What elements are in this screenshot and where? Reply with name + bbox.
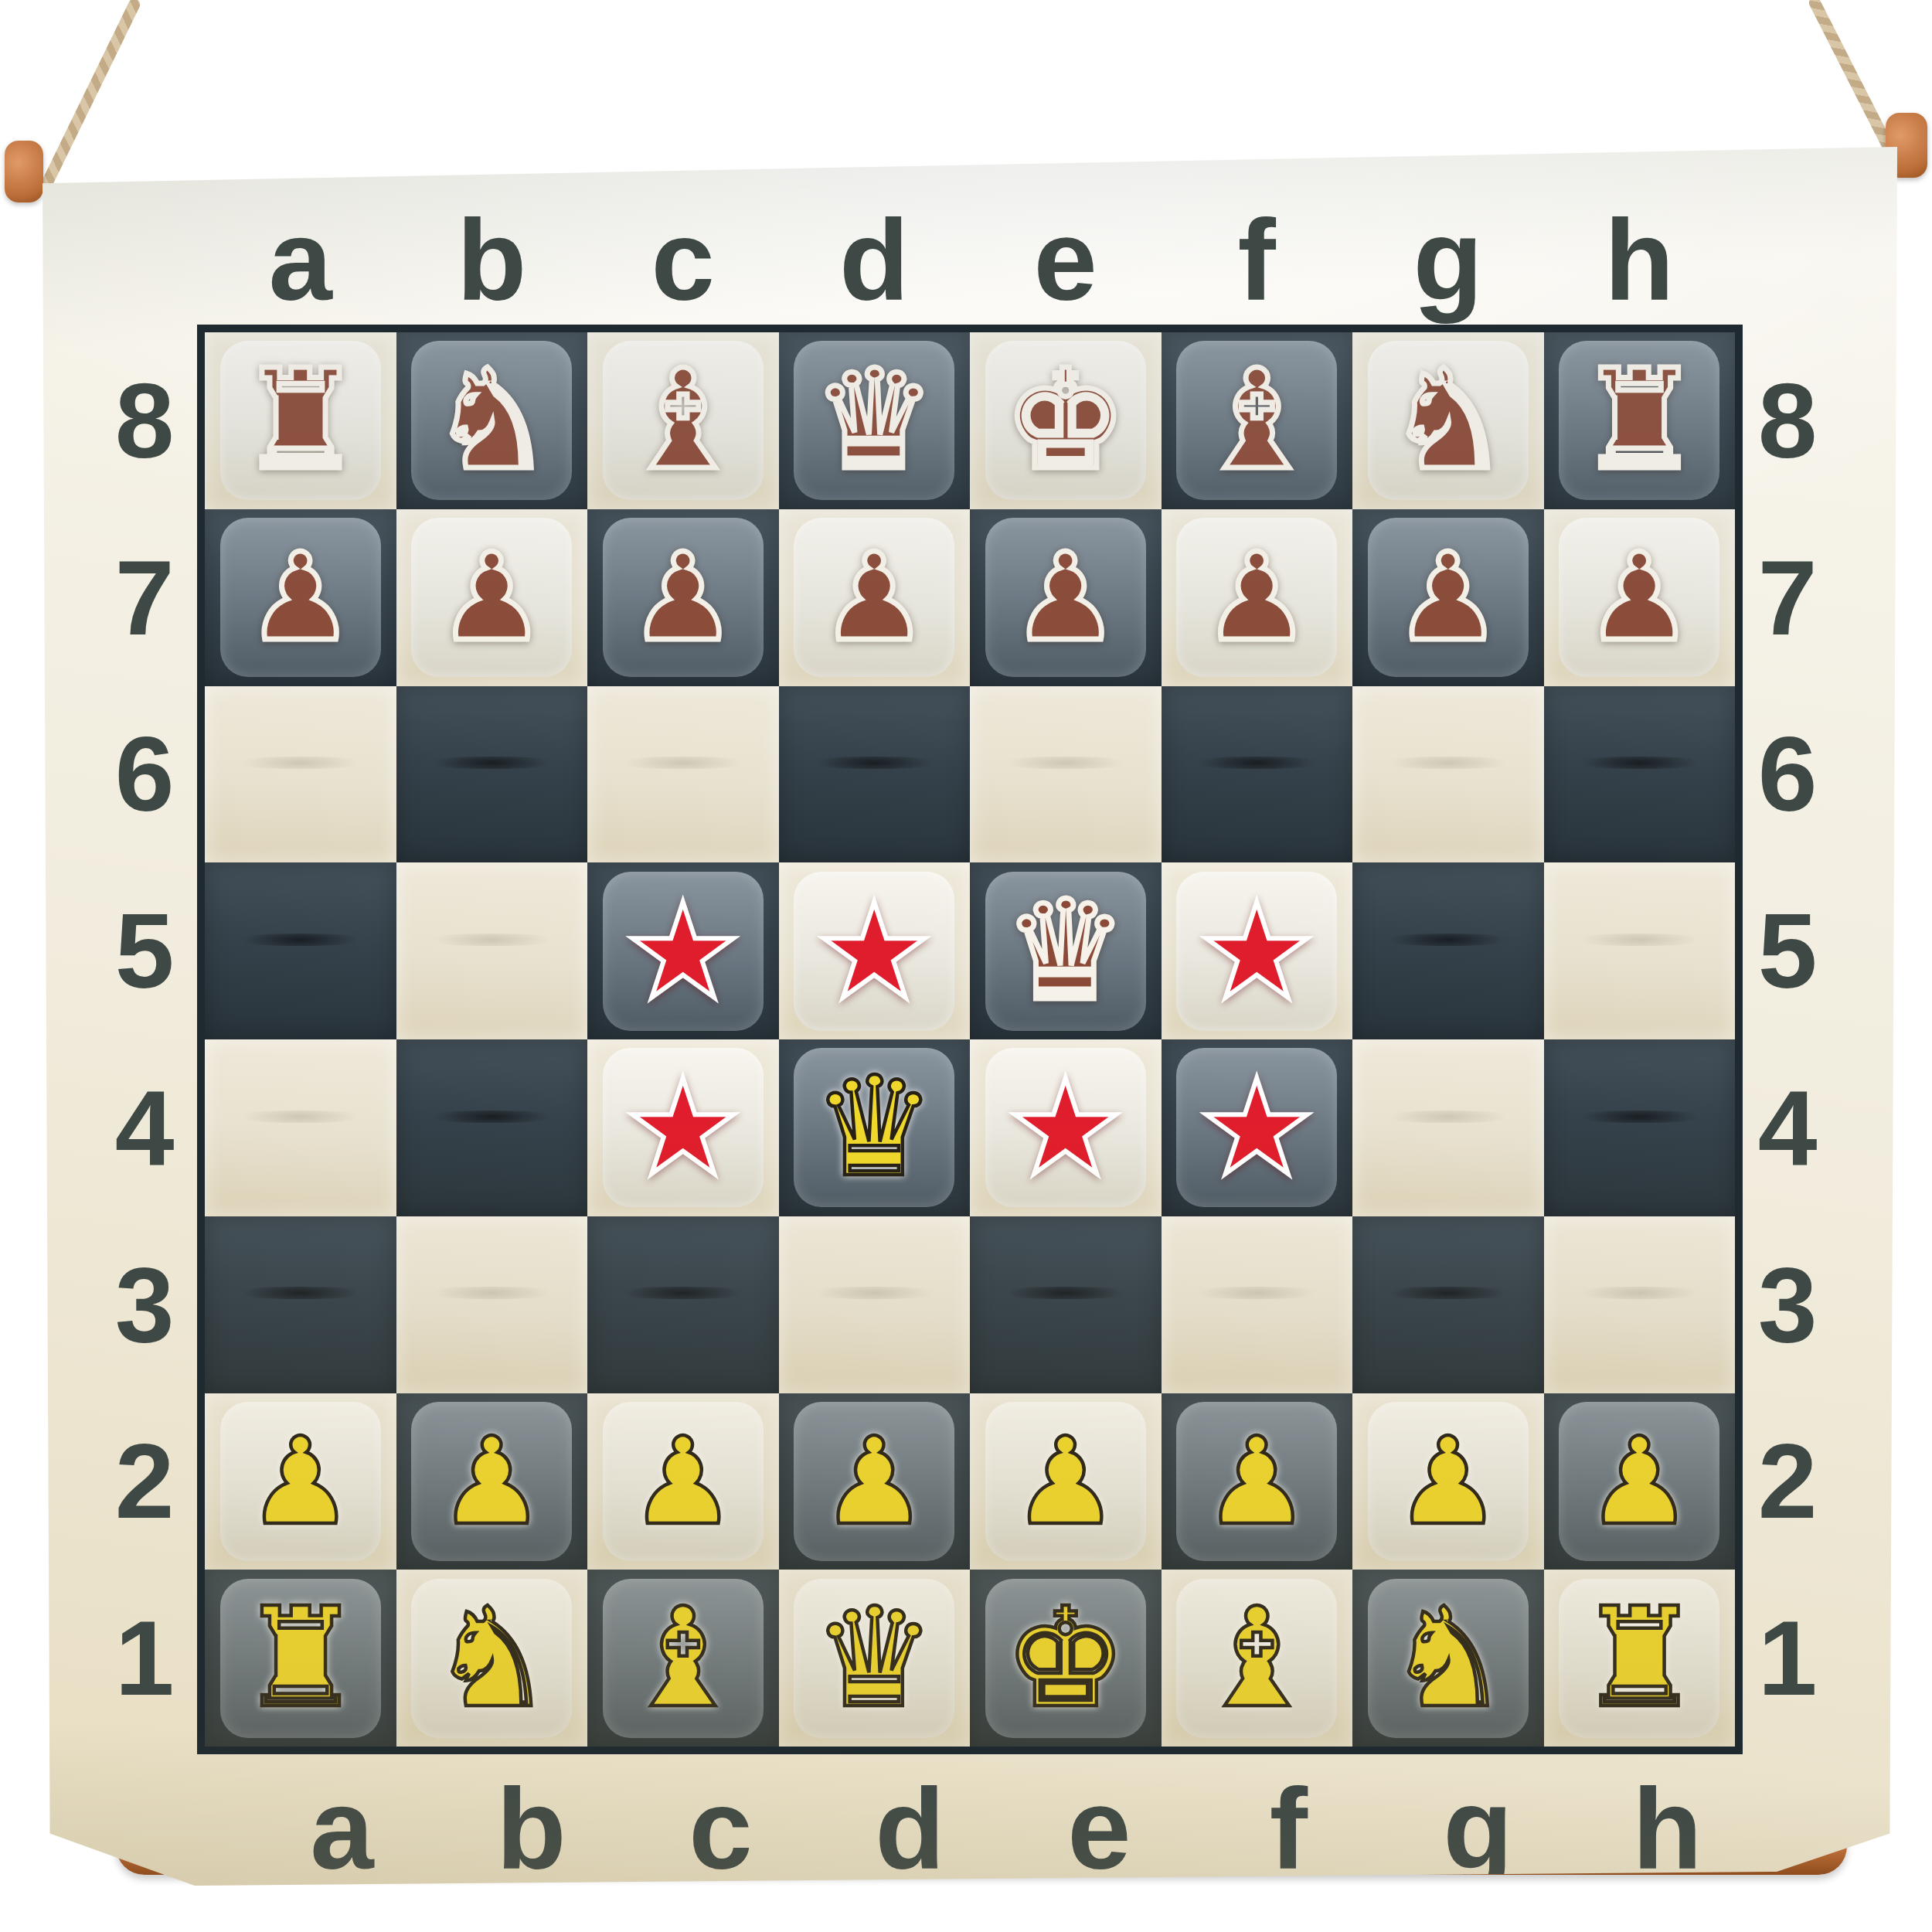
piece-sticker: ♞	[411, 1579, 572, 1738]
square-g6[interactable]	[1352, 686, 1544, 863]
rank-label: 4	[1741, 1039, 1834, 1216]
pocket-slit	[230, 757, 371, 769]
piece-sticker: ♞	[1368, 1579, 1529, 1738]
piece-sticker: ♟	[220, 1402, 381, 1561]
square-c4[interactable]: ★	[587, 1039, 779, 1216]
black-pawn-on-b7[interactable]: ♟	[437, 537, 546, 658]
rank-label: 7	[1741, 509, 1834, 686]
white-pawn-on-e2[interactable]: ♟	[1012, 1421, 1120, 1542]
pocket-slit	[1377, 934, 1519, 946]
square-e1[interactable]: ♚	[970, 1570, 1162, 1747]
piece-sticker: ♞	[1368, 341, 1529, 500]
square-c8[interactable]: ♝	[587, 332, 779, 509]
pocket-slit	[1186, 757, 1328, 769]
square-f7[interactable]: ♟	[1162, 509, 1353, 686]
piece-sticker: ★	[603, 872, 764, 1031]
file-label: g	[1352, 195, 1544, 326]
piece-sticker: ★	[1176, 1048, 1337, 1207]
square-c6[interactable]	[587, 686, 779, 863]
pocket-slit	[1377, 1111, 1519, 1123]
piece-sticker: ♟	[794, 518, 954, 677]
square-g2[interactable]: ♟	[1352, 1393, 1544, 1570]
square-f6[interactable]	[1162, 686, 1353, 863]
square-e2[interactable]: ♟	[970, 1393, 1162, 1570]
file-labels-top: abcdefgh	[205, 195, 1735, 311]
piece-sticker: ♛	[794, 1048, 954, 1207]
pocket-slit	[995, 757, 1136, 769]
square-d6[interactable]	[779, 686, 971, 863]
pocket-slit	[421, 1111, 563, 1123]
piece-sticker: ♟	[1176, 518, 1337, 677]
square-c5[interactable]: ★	[587, 862, 779, 1039]
hanging-rope-left	[41, 0, 142, 188]
file-label: c	[587, 195, 779, 326]
rank-label: 6	[1741, 686, 1834, 863]
black-king-on-e8[interactable]: ♚	[1004, 352, 1128, 489]
file-label: c	[626, 1764, 815, 1895]
square-h8[interactable]: ♜	[1544, 332, 1736, 509]
piece-sticker: ♟	[603, 1402, 764, 1561]
pocket-slit	[1569, 757, 1710, 769]
file-label: b	[396, 195, 588, 326]
piece-sticker: ♚	[985, 1579, 1146, 1738]
square-a5[interactable]	[205, 862, 396, 1039]
square-d8[interactable]: ♛	[779, 332, 971, 509]
square-d4[interactable]: ♛	[779, 1039, 971, 1216]
black-queen-on-d8[interactable]: ♛	[812, 352, 936, 489]
top-dowel-end-left	[5, 141, 43, 202]
square-e6[interactable]	[970, 686, 1162, 863]
black-pawn-on-h7[interactable]: ♟	[1585, 537, 1693, 658]
square-b6[interactable]	[396, 686, 588, 863]
square-h2[interactable]: ♟	[1544, 1393, 1736, 1570]
white-bishop-on-c1[interactable]: ♝	[621, 1590, 745, 1727]
file-label: e	[970, 195, 1162, 326]
pocket-slit	[421, 1287, 563, 1299]
piece-sticker: ♟	[411, 518, 572, 677]
rank-label: 2	[1741, 1393, 1834, 1570]
black-rook-on-h8[interactable]: ♜	[1577, 352, 1701, 489]
pocket-slit	[1186, 1287, 1328, 1299]
black-bishop-on-f8[interactable]: ♝	[1195, 352, 1318, 489]
white-knight-on-g1[interactable]: ♞	[1386, 1590, 1510, 1727]
square-f5[interactable]: ★	[1162, 862, 1353, 1039]
square-h5[interactable]	[1544, 862, 1736, 1039]
square-e8[interactable]: ♚	[970, 332, 1162, 509]
star-marker-on-f5[interactable]: ★	[1198, 886, 1315, 1017]
square-f3[interactable]	[1162, 1216, 1353, 1393]
rank-label: 1	[1741, 1570, 1834, 1747]
square-c1[interactable]: ♝	[587, 1570, 779, 1747]
piece-sticker: ♛	[794, 1579, 954, 1738]
file-label: a	[247, 1764, 437, 1895]
file-labels-bottom: abcdefgh	[247, 1764, 1762, 1879]
white-pawn-on-a2[interactable]: ♟	[247, 1421, 355, 1542]
hanging-rope-right	[1807, 0, 1897, 157]
piece-sticker: ♟	[1176, 1402, 1337, 1561]
pocket-slit	[421, 934, 563, 946]
white-rook-on-a1[interactable]: ♜	[239, 1590, 362, 1727]
white-pawn-on-c2[interactable]: ♟	[629, 1421, 737, 1542]
square-g8[interactable]: ♞	[1352, 332, 1544, 509]
square-b7[interactable]: ♟	[396, 509, 588, 686]
file-label: d	[815, 1764, 1005, 1895]
piece-sticker: ♟	[1559, 518, 1719, 677]
rank-label: 1	[98, 1570, 191, 1747]
square-f4[interactable]: ★	[1162, 1039, 1353, 1216]
white-queen-on-d1[interactable]: ♛	[812, 1590, 936, 1727]
star-marker-on-c4[interactable]: ★	[624, 1062, 742, 1193]
piece-sticker: ♜	[1559, 341, 1719, 500]
piece-sticker: ♟	[1368, 518, 1529, 677]
star-marker-on-d5[interactable]: ★	[815, 886, 933, 1017]
square-e4[interactable]: ★	[970, 1039, 1162, 1216]
rank-label: 4	[98, 1039, 191, 1216]
pocket-slit	[230, 934, 371, 946]
square-g3[interactable]	[1352, 1216, 1544, 1393]
demo-board-photo: abcdefgh abcdefgh 87654321 87654321 ♜♞♝♛…	[0, 0, 1932, 1932]
rank-labels-right: 87654321	[1741, 332, 1834, 1747]
square-g5[interactable]	[1352, 862, 1544, 1039]
square-h6[interactable]	[1544, 686, 1736, 863]
chess-board: ♜♞♝♛♚♝♞♜♟♟♟♟♟♟♟♟★★♛★★♛★★♟♟♟♟♟♟♟♟♜♞♝♛♚♝♞♜	[197, 325, 1743, 1754]
file-label: f	[1194, 1764, 1383, 1895]
square-g7[interactable]: ♟	[1352, 509, 1544, 686]
pocket-slit	[1569, 934, 1710, 946]
piece-sticker: ♟	[985, 1402, 1146, 1561]
square-c2[interactable]: ♟	[587, 1393, 779, 1570]
white-rook-on-h1[interactable]: ♜	[1577, 1590, 1701, 1727]
file-label: g	[1383, 1764, 1573, 1895]
black-pawn-on-f7[interactable]: ♟	[1202, 537, 1311, 658]
piece-sticker: ♝	[603, 1579, 764, 1738]
file-label: h	[1544, 195, 1736, 326]
piece-sticker: ♛	[985, 872, 1146, 1031]
rank-label: 8	[1741, 332, 1834, 509]
piece-sticker: ♟	[1368, 1402, 1529, 1561]
square-a2[interactable]: ♟	[205, 1393, 396, 1570]
square-d7[interactable]: ♟	[779, 509, 971, 686]
square-h3[interactable]	[1544, 1216, 1736, 1393]
piece-sticker: ♝	[603, 341, 764, 500]
square-h1[interactable]: ♜	[1544, 1570, 1736, 1747]
star-marker-on-f4[interactable]: ★	[1198, 1062, 1315, 1193]
piece-sticker: ♝	[1176, 341, 1337, 500]
square-a4[interactable]	[205, 1039, 396, 1216]
square-b1[interactable]: ♞	[396, 1570, 588, 1747]
square-c3[interactable]	[587, 1216, 779, 1393]
square-d1[interactable]: ♛	[779, 1570, 971, 1747]
file-label: f	[1162, 195, 1353, 326]
file-label: e	[1005, 1764, 1194, 1895]
white-knight-on-b1[interactable]: ♞	[430, 1590, 553, 1727]
star-marker-on-e4[interactable]: ★	[1007, 1062, 1124, 1193]
white-pawn-on-g2[interactable]: ♟	[1394, 1421, 1502, 1542]
piece-sticker: ♟	[1559, 1402, 1719, 1561]
rank-label: 7	[98, 509, 191, 686]
piece-sticker: ♞	[411, 341, 572, 500]
black-bishop-on-c8[interactable]: ♝	[621, 352, 745, 489]
piece-sticker: ♟	[985, 518, 1146, 677]
square-c7[interactable]: ♟	[587, 509, 779, 686]
white-pawn-on-h2[interactable]: ♟	[1585, 1421, 1693, 1542]
rank-label: 3	[98, 1216, 191, 1393]
pocket-slit	[1377, 757, 1519, 769]
rank-label: 3	[1741, 1216, 1834, 1393]
piece-sticker: ★	[603, 1048, 764, 1207]
black-pawn-on-c7[interactable]: ♟	[629, 537, 737, 658]
black-pawn-on-d7[interactable]: ♟	[820, 537, 928, 658]
black-pawn-on-a7[interactable]: ♟	[247, 537, 355, 658]
white-queen-on-d4[interactable]: ♛	[812, 1059, 936, 1196]
piece-sticker: ♚	[985, 341, 1146, 500]
pocket-slit	[995, 1287, 1136, 1299]
square-a1[interactable]: ♜	[205, 1570, 396, 1747]
pocket-slit	[421, 757, 563, 769]
square-e5[interactable]: ♛	[970, 862, 1162, 1039]
square-f1[interactable]: ♝	[1162, 1570, 1353, 1747]
square-e7[interactable]: ♟	[970, 509, 1162, 686]
square-a8[interactable]: ♜	[205, 332, 396, 509]
square-a7[interactable]: ♟	[205, 509, 396, 686]
piece-sticker: ♝	[1176, 1579, 1337, 1738]
file-label: b	[437, 1764, 626, 1895]
pocket-slit	[612, 757, 753, 769]
square-b2[interactable]: ♟	[396, 1393, 588, 1570]
black-rook-on-a8[interactable]: ♜	[239, 352, 362, 489]
rank-label: 8	[98, 332, 191, 509]
pocket-slit	[230, 1287, 371, 1299]
square-d3[interactable]	[779, 1216, 971, 1393]
pocket-slit	[612, 1287, 753, 1299]
square-d5[interactable]: ★	[779, 862, 971, 1039]
piece-sticker: ♜	[220, 341, 381, 500]
square-g1[interactable]: ♞	[1352, 1570, 1544, 1747]
pocket-slit	[804, 757, 945, 769]
piece-sticker: ★	[1176, 872, 1337, 1031]
rank-label: 2	[98, 1393, 191, 1570]
piece-sticker: ♜	[1559, 1579, 1719, 1738]
rank-label: 5	[98, 862, 191, 1039]
white-bishop-on-f1[interactable]: ♝	[1195, 1590, 1318, 1727]
square-b3[interactable]	[396, 1216, 588, 1393]
piece-sticker: ★	[985, 1048, 1146, 1207]
piece-sticker: ★	[794, 872, 954, 1031]
file-label: h	[1573, 1764, 1762, 1895]
square-b8[interactable]: ♞	[396, 332, 588, 509]
square-d2[interactable]: ♟	[779, 1393, 971, 1570]
file-label: d	[779, 195, 971, 326]
piece-sticker: ♟	[220, 518, 381, 677]
black-queen-on-e5[interactable]: ♛	[1004, 883, 1128, 1020]
square-e3[interactable]	[970, 1216, 1162, 1393]
square-b4[interactable]	[396, 1039, 588, 1216]
chess-board-grid: ♜♞♝♛♚♝♞♜♟♟♟♟♟♟♟♟★★♛★★♛★★♟♟♟♟♟♟♟♟♜♞♝♛♚♝♞♜	[205, 332, 1735, 1747]
piece-sticker: ♜	[220, 1579, 381, 1738]
white-king-on-e1[interactable]: ♚	[1004, 1590, 1128, 1727]
pocket-slit	[1377, 1287, 1519, 1299]
black-pawn-on-g7[interactable]: ♟	[1394, 537, 1502, 658]
piece-sticker: ♛	[794, 341, 954, 500]
square-f2[interactable]: ♟	[1162, 1393, 1353, 1570]
black-pawn-on-e7[interactable]: ♟	[1012, 537, 1120, 658]
pocket-slit	[230, 1111, 371, 1123]
rank-label: 6	[98, 686, 191, 863]
white-pawn-on-f2[interactable]: ♟	[1202, 1421, 1311, 1542]
white-pawn-on-d2[interactable]: ♟	[820, 1421, 928, 1542]
pocket-slit	[1569, 1111, 1710, 1123]
file-label: a	[205, 195, 396, 326]
rank-labels-left: 87654321	[98, 332, 191, 1747]
white-pawn-on-b2[interactable]: ♟	[437, 1421, 546, 1542]
piece-sticker: ♟	[794, 1402, 954, 1561]
black-knight-on-g8[interactable]: ♞	[1386, 352, 1510, 489]
piece-sticker: ♟	[411, 1402, 572, 1561]
square-g4[interactable]	[1352, 1039, 1544, 1216]
square-a3[interactable]	[205, 1216, 396, 1393]
pocket-slit	[804, 1287, 945, 1299]
star-marker-on-c5[interactable]: ★	[624, 886, 742, 1017]
square-f8[interactable]: ♝	[1162, 332, 1353, 509]
piece-sticker: ♟	[603, 518, 764, 677]
square-h7[interactable]: ♟	[1544, 509, 1736, 686]
black-knight-on-b8[interactable]: ♞	[430, 352, 553, 489]
rank-label: 5	[1741, 862, 1834, 1039]
pocket-slit	[1569, 1287, 1710, 1299]
square-h4[interactable]	[1544, 1039, 1736, 1216]
banner: abcdefgh abcdefgh 87654321 87654321 ♜♞♝♛…	[43, 147, 1897, 1886]
square-b5[interactable]	[396, 862, 588, 1039]
square-a6[interactable]	[205, 686, 396, 863]
